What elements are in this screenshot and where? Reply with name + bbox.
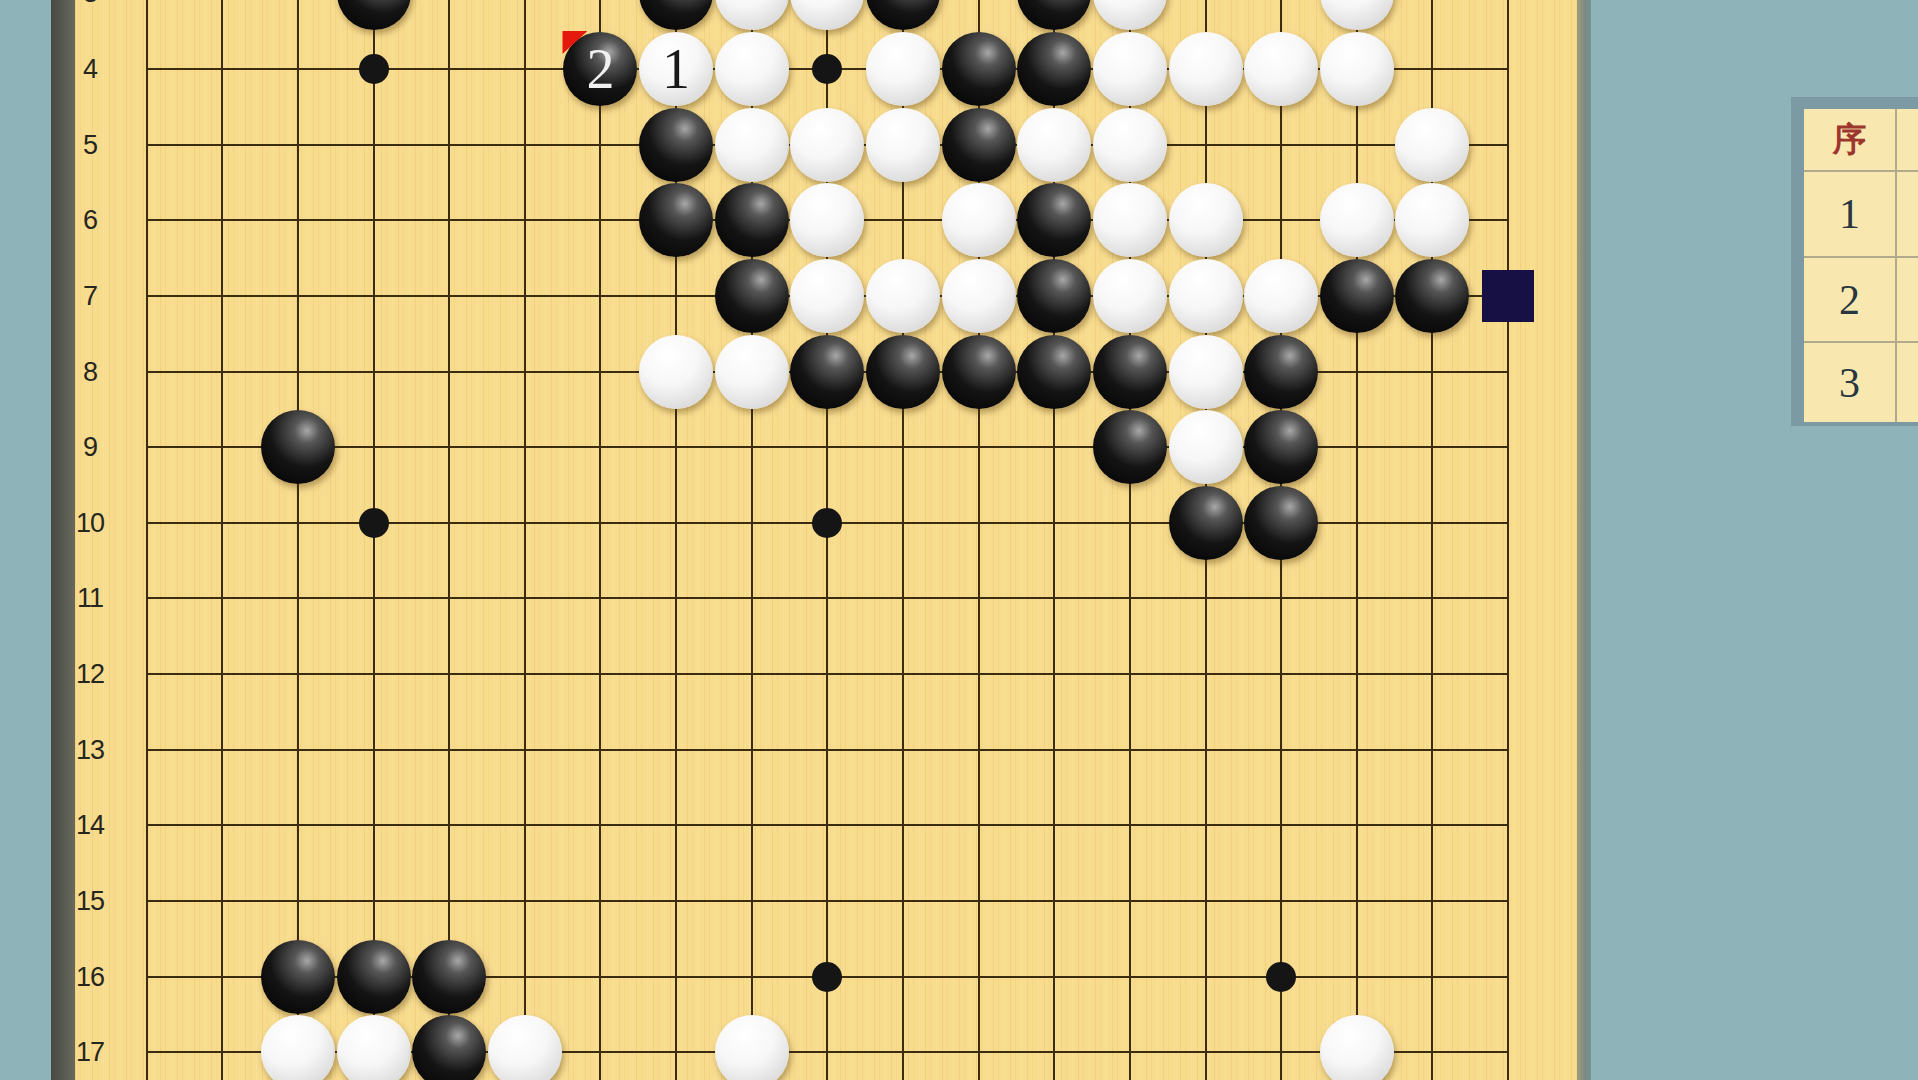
white-stone	[790, 183, 864, 257]
grid-vertical-line	[599, 0, 601, 1080]
row-coordinate-label: 9	[75, 429, 114, 465]
edge-square-marker	[1482, 270, 1534, 322]
row-coordinate-label: 14	[75, 807, 114, 843]
black-stone	[1244, 335, 1318, 409]
move-number: 2	[586, 32, 614, 106]
white-stone	[1169, 259, 1243, 333]
black-stone	[412, 940, 486, 1014]
black-stone	[337, 940, 411, 1014]
grid-vertical-line	[146, 0, 148, 1080]
row-coordinate-label: 10	[75, 505, 114, 541]
white-stone	[715, 335, 789, 409]
black-stone	[639, 0, 713, 30]
grid-horizontal-line	[146, 900, 1509, 902]
black-stone	[942, 32, 1016, 106]
black-stone	[1244, 486, 1318, 560]
white-stone	[866, 32, 940, 106]
row-coordinate-label: 5	[75, 127, 114, 163]
white-stone	[488, 1015, 562, 1080]
white-stone	[1093, 108, 1167, 182]
black-stone	[942, 335, 1016, 409]
white-stone	[1169, 32, 1243, 106]
white-stone	[1244, 32, 1318, 106]
grid-horizontal-line	[146, 597, 1509, 599]
white-stone	[1169, 335, 1243, 409]
white-stone	[1093, 0, 1167, 30]
white-stone	[715, 0, 789, 30]
table-cell-cropped	[1897, 343, 1918, 422]
board-right-edge	[1577, 0, 1591, 1080]
black-stone	[1320, 259, 1394, 333]
row-coordinate-label: 16	[75, 959, 114, 995]
white-stone	[1169, 183, 1243, 257]
black-stone	[639, 108, 713, 182]
white-stone	[942, 259, 1016, 333]
white-stone	[1320, 183, 1394, 257]
white-stone	[1395, 183, 1469, 257]
black-stone	[1017, 0, 1091, 30]
white-stone	[942, 183, 1016, 257]
table-row-move-1[interactable]: 1	[1804, 172, 1895, 256]
black-stone	[715, 259, 789, 333]
black-stone	[790, 335, 864, 409]
black-stone	[866, 335, 940, 409]
black-stone	[261, 940, 335, 1014]
white-stone	[1395, 108, 1469, 182]
white-stone	[1169, 410, 1243, 484]
star-point	[812, 962, 842, 992]
black-stone	[1017, 335, 1091, 409]
move-order-table-grid: 序 1 2 3	[1804, 109, 1918, 422]
grid-vertical-line	[1356, 0, 1358, 1080]
black-stone	[942, 108, 1016, 182]
white-stone	[715, 108, 789, 182]
white-stone	[1320, 0, 1394, 30]
black-stone	[1093, 410, 1167, 484]
white-stone	[715, 32, 789, 106]
grid-vertical-line	[373, 0, 375, 1080]
row-coordinate-label: 3	[75, 0, 114, 11]
app-background: { "game": "go", "app": { "background_col…	[0, 0, 1918, 1080]
star-point	[812, 508, 842, 538]
black-stone	[1395, 259, 1469, 333]
move-order-table: 序 1 2 3	[1791, 97, 1918, 426]
black-stone	[1169, 486, 1243, 560]
black-stone	[1244, 410, 1318, 484]
black-stone	[337, 0, 411, 30]
white-stone	[1093, 183, 1167, 257]
grid-vertical-line	[448, 0, 450, 1080]
board-left-edge	[51, 0, 75, 1080]
grid-vertical-line	[1507, 0, 1509, 1080]
table-header-cell-cropped	[1897, 109, 1918, 170]
grid-horizontal-line	[146, 673, 1509, 675]
black-stone	[261, 410, 335, 484]
star-point	[359, 508, 389, 538]
row-coordinate-label: 7	[75, 278, 114, 314]
row-coordinate-label: 15	[75, 883, 114, 919]
table-cell-cropped	[1897, 258, 1918, 341]
white-stone	[715, 1015, 789, 1080]
white-stone	[790, 108, 864, 182]
table-row-move-3[interactable]: 3	[1804, 343, 1895, 422]
white-stone	[1093, 259, 1167, 333]
black-stone	[1093, 335, 1167, 409]
star-point	[359, 54, 389, 84]
white-stone	[1320, 1015, 1394, 1080]
black-stone	[1017, 259, 1091, 333]
black-stone	[412, 1015, 486, 1080]
white-stone	[790, 0, 864, 30]
go-board[interactable]: 3456789101112131415161721	[75, 0, 1577, 1080]
grid-vertical-line	[221, 0, 223, 1080]
white-stone	[790, 259, 864, 333]
row-coordinate-label: 8	[75, 354, 114, 390]
table-cell-cropped	[1897, 172, 1918, 256]
row-coordinate-label: 17	[75, 1034, 114, 1070]
white-stone	[639, 335, 713, 409]
white-stone	[866, 259, 940, 333]
row-coordinate-label: 12	[75, 656, 114, 692]
white-stone	[261, 1015, 335, 1080]
grid-vertical-line	[524, 0, 526, 1080]
star-point	[812, 54, 842, 84]
black-stone	[866, 0, 940, 30]
white-stone	[866, 108, 940, 182]
white-stone	[1093, 32, 1167, 106]
row-coordinate-label: 11	[75, 580, 114, 616]
black-stone: 2	[563, 32, 637, 106]
row-coordinate-label: 6	[75, 202, 114, 238]
star-point	[1266, 962, 1296, 992]
black-stone	[1017, 183, 1091, 257]
table-header-order: 序	[1804, 109, 1895, 170]
table-row-move-2[interactable]: 2	[1804, 258, 1895, 341]
white-stone: 1	[639, 32, 713, 106]
white-stone	[1017, 108, 1091, 182]
black-stone	[639, 183, 713, 257]
white-stone	[337, 1015, 411, 1080]
black-stone	[1017, 32, 1091, 106]
white-stone	[1244, 259, 1318, 333]
row-coordinate-label: 4	[75, 51, 114, 87]
move-number: 1	[662, 32, 690, 106]
grid-horizontal-line	[146, 824, 1509, 826]
grid-vertical-line	[297, 0, 299, 1080]
white-stone	[1320, 32, 1394, 106]
black-stone	[715, 183, 789, 257]
grid-horizontal-line	[146, 749, 1509, 751]
row-coordinate-label: 13	[75, 732, 114, 768]
